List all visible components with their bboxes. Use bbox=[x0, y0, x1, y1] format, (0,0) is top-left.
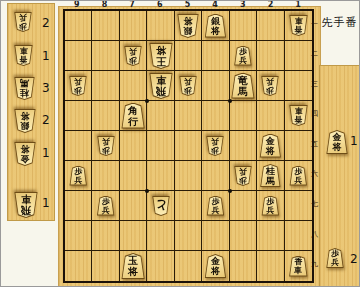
square-4九[interactable]: 金将 bbox=[202, 251, 229, 281]
hand-gote-rook[interactable]: 飛車 bbox=[14, 192, 38, 218]
hoshi-point bbox=[145, 99, 149, 103]
square-2三[interactable]: 歩兵 bbox=[257, 71, 284, 101]
piece-silver-gote[interactable]: 銀将 bbox=[14, 109, 36, 133]
square-8七[interactable]: 歩兵 bbox=[92, 191, 119, 221]
file-label: 3 bbox=[229, 0, 257, 9]
square-3四[interactable] bbox=[230, 101, 257, 131]
file-label: 5 bbox=[174, 0, 202, 9]
piece-tokin-gote[interactable]: と bbox=[152, 196, 170, 216]
square-1四[interactable]: 香車 bbox=[285, 101, 312, 131]
piece-lance-gote[interactable]: 香車 bbox=[14, 45, 33, 66]
square-8一[interactable] bbox=[92, 11, 119, 41]
square-5一[interactable]: 銀将 bbox=[175, 11, 202, 41]
square-6二[interactable]: 王将 bbox=[147, 41, 174, 71]
square-7一[interactable] bbox=[120, 11, 147, 41]
square-6七[interactable]: と bbox=[147, 191, 174, 221]
square-7八[interactable] bbox=[120, 221, 147, 251]
square-5九[interactable] bbox=[175, 251, 202, 281]
square-9九[interactable] bbox=[65, 251, 92, 281]
file-label: 6 bbox=[146, 0, 174, 9]
square-5八[interactable] bbox=[175, 221, 202, 251]
piece-pawn-gote[interactable]: 歩兵 bbox=[14, 12, 32, 32]
piece-rook-gote[interactable]: 飛車 bbox=[149, 73, 173, 99]
square-3一[interactable] bbox=[230, 11, 257, 41]
piece-gold-sente[interactable]: 金将 bbox=[259, 134, 281, 158]
piece-pawn-gote[interactable]: 歩兵 bbox=[97, 136, 115, 156]
piece-gold-gote[interactable]: 金将 bbox=[14, 142, 36, 166]
file-label: 4 bbox=[201, 0, 229, 9]
gote-hand-stand: 歩兵2香車1桂馬3銀将2金将1飛車1 bbox=[7, 3, 55, 221]
hand-gote-pawn[interactable]: 歩兵 bbox=[14, 12, 32, 32]
square-4四[interactable] bbox=[202, 101, 229, 131]
piece-pawn-sente[interactable]: 歩兵 bbox=[97, 196, 115, 216]
square-3三[interactable]: 竜馬 bbox=[230, 71, 257, 101]
hand-gote-knight[interactable]: 桂馬 bbox=[14, 77, 35, 100]
square-1八[interactable] bbox=[285, 221, 312, 251]
square-5七[interactable] bbox=[175, 191, 202, 221]
sente-hand-stand: 金将1歩兵2 bbox=[319, 65, 360, 287]
square-3六[interactable]: 歩兵 bbox=[230, 161, 257, 191]
piece-bishop-sente[interactable]: 角行 bbox=[121, 103, 145, 129]
square-6六[interactable] bbox=[147, 161, 174, 191]
file-label: 9 bbox=[63, 0, 91, 9]
piece-pawn-gote[interactable]: 歩兵 bbox=[261, 76, 279, 96]
piece-pawn-sente[interactable]: 歩兵 bbox=[289, 166, 307, 186]
square-9七[interactable] bbox=[65, 191, 92, 221]
square-7九[interactable]: 玉将 bbox=[120, 251, 147, 281]
piece-pawn-gote[interactable]: 歩兵 bbox=[234, 166, 252, 186]
square-2九[interactable] bbox=[257, 251, 284, 281]
piece-lance-gote[interactable]: 香車 bbox=[289, 15, 308, 36]
square-8八[interactable] bbox=[92, 221, 119, 251]
square-2五[interactable]: 金将 bbox=[257, 131, 284, 161]
square-3七[interactable] bbox=[230, 191, 257, 221]
piece-pawn-sente[interactable]: 歩兵 bbox=[234, 46, 252, 66]
piece-lance-gote[interactable]: 香車 bbox=[289, 105, 308, 126]
square-8三[interactable] bbox=[92, 71, 119, 101]
hand-count-gote-pawn: 2 bbox=[42, 16, 50, 30]
turn-indicator: 先手番 bbox=[318, 15, 360, 31]
hand-gote-gold[interactable]: 金将 bbox=[14, 142, 36, 166]
hand-count-sente-pawn: 2 bbox=[350, 252, 358, 266]
piece-pawn-sente[interactable]: 歩兵 bbox=[69, 166, 87, 186]
file-label: 8 bbox=[91, 0, 119, 9]
square-7七[interactable] bbox=[120, 191, 147, 221]
square-9四[interactable] bbox=[65, 101, 92, 131]
piece-gold-sente[interactable]: 金将 bbox=[204, 254, 226, 278]
piece-lance-sente[interactable]: 香車 bbox=[289, 256, 308, 277]
square-8四[interactable] bbox=[92, 101, 119, 131]
square-2八[interactable] bbox=[257, 221, 284, 251]
piece-horse-sente[interactable]: 竜馬 bbox=[231, 73, 255, 99]
square-5三[interactable]: 歩兵 bbox=[175, 71, 202, 101]
square-3八[interactable] bbox=[230, 221, 257, 251]
square-6四[interactable] bbox=[147, 101, 174, 131]
square-9二[interactable] bbox=[65, 41, 92, 71]
piece-pawn-sente[interactable]: 歩兵 bbox=[326, 248, 344, 268]
piece-silver-sente[interactable]: 銀将 bbox=[204, 14, 226, 38]
square-6九[interactable] bbox=[147, 251, 174, 281]
square-1三[interactable] bbox=[285, 71, 312, 101]
square-6三[interactable]: 飛車 bbox=[147, 71, 174, 101]
square-4六[interactable] bbox=[202, 161, 229, 191]
hand-count-gote-silver: 2 bbox=[42, 113, 50, 127]
square-4一[interactable]: 銀将 bbox=[202, 11, 229, 41]
piece-king_sente-sente[interactable]: 玉将 bbox=[121, 253, 145, 279]
square-7四[interactable]: 角行 bbox=[120, 101, 147, 131]
square-8五[interactable]: 歩兵 bbox=[92, 131, 119, 161]
square-2二[interactable] bbox=[257, 41, 284, 71]
file-label: 7 bbox=[118, 0, 146, 9]
square-1六[interactable]: 歩兵 bbox=[285, 161, 312, 191]
hand-count-gote-rook: 1 bbox=[42, 196, 50, 210]
square-1二[interactable] bbox=[285, 41, 312, 71]
hand-count-gote-knight: 3 bbox=[42, 81, 50, 95]
hand-gote-lance[interactable]: 香車 bbox=[14, 45, 33, 66]
piece-pawn-sente[interactable]: 歩兵 bbox=[261, 196, 279, 216]
file-label: 2 bbox=[257, 0, 285, 9]
hand-sente-gold[interactable]: 金将 bbox=[326, 130, 348, 154]
square-4二[interactable] bbox=[202, 41, 229, 71]
square-4七[interactable]: 歩兵 bbox=[202, 191, 229, 221]
hand-sente-pawn[interactable]: 歩兵 bbox=[326, 248, 344, 268]
square-9五[interactable] bbox=[65, 131, 92, 161]
square-4三[interactable] bbox=[202, 71, 229, 101]
hand-count-gote-lance: 1 bbox=[42, 49, 50, 63]
hand-count-sente-gold: 1 bbox=[350, 134, 358, 148]
square-5六[interactable] bbox=[175, 161, 202, 191]
hoshi-point bbox=[145, 189, 149, 193]
square-7五[interactable] bbox=[120, 131, 147, 161]
square-7六[interactable] bbox=[120, 161, 147, 191]
square-2一[interactable] bbox=[257, 11, 284, 41]
piece-pawn-gote[interactable]: 歩兵 bbox=[206, 136, 224, 156]
square-1九[interactable]: 香車 bbox=[285, 251, 312, 281]
square-3九[interactable] bbox=[230, 251, 257, 281]
square-2七[interactable]: 歩兵 bbox=[257, 191, 284, 221]
hoshi-point bbox=[228, 99, 232, 103]
square-4八[interactable] bbox=[202, 221, 229, 251]
square-7二[interactable]: 歩兵 bbox=[120, 41, 147, 71]
piece-pawn-gote[interactable]: 歩兵 bbox=[124, 46, 142, 66]
square-1五[interactable] bbox=[285, 131, 312, 161]
square-5四[interactable] bbox=[175, 101, 202, 131]
file-labels: 987654321 bbox=[63, 0, 312, 9]
square-9八[interactable] bbox=[65, 221, 92, 251]
piece-pawn-gote[interactable]: 歩兵 bbox=[69, 76, 87, 96]
square-4五[interactable]: 歩兵 bbox=[202, 131, 229, 161]
square-8六[interactable] bbox=[92, 161, 119, 191]
square-3五[interactable] bbox=[230, 131, 257, 161]
square-5二[interactable] bbox=[175, 41, 202, 71]
square-9一[interactable] bbox=[65, 11, 92, 41]
square-6一[interactable] bbox=[147, 11, 174, 41]
shogi-app: 987654321 一二三四五六七八九 銀将銀将香車歩兵王将歩兵歩兵飛車歩兵竜馬… bbox=[0, 0, 360, 287]
piece-rook-gote[interactable]: 飛車 bbox=[14, 192, 38, 218]
square-9三[interactable]: 歩兵 bbox=[65, 71, 92, 101]
square-5五[interactable] bbox=[175, 131, 202, 161]
piece-king_gote-gote[interactable]: 王将 bbox=[149, 43, 173, 69]
square-6五[interactable] bbox=[147, 131, 174, 161]
square-9六[interactable]: 歩兵 bbox=[65, 161, 92, 191]
piece-knight-sente[interactable]: 桂馬 bbox=[260, 164, 281, 187]
square-6八[interactable] bbox=[147, 221, 174, 251]
square-2四[interactable] bbox=[257, 101, 284, 131]
board-grid: 銀将銀将香車歩兵王将歩兵歩兵飛車歩兵竜馬歩兵角行香車歩兵歩兵金将歩兵歩兵桂馬歩兵… bbox=[63, 9, 314, 283]
piece-knight-gote[interactable]: 桂馬 bbox=[14, 77, 35, 100]
square-8九[interactable] bbox=[92, 251, 119, 281]
square-7三[interactable] bbox=[120, 71, 147, 101]
square-3二[interactable]: 歩兵 bbox=[230, 41, 257, 71]
hand-count-gote-gold: 1 bbox=[42, 146, 50, 160]
square-1一[interactable]: 香車 bbox=[285, 11, 312, 41]
hoshi-point bbox=[228, 189, 232, 193]
piece-pawn-gote[interactable]: 歩兵 bbox=[179, 76, 197, 96]
piece-gold-sente[interactable]: 金将 bbox=[326, 130, 348, 154]
piece-silver-gote[interactable]: 銀将 bbox=[177, 14, 199, 38]
square-2六[interactable]: 桂馬 bbox=[257, 161, 284, 191]
square-8二[interactable] bbox=[92, 41, 119, 71]
hand-gote-silver[interactable]: 銀将 bbox=[14, 109, 36, 133]
piece-pawn-sente[interactable]: 歩兵 bbox=[206, 196, 224, 216]
file-label: 1 bbox=[284, 0, 312, 9]
square-1七[interactable] bbox=[285, 191, 312, 221]
